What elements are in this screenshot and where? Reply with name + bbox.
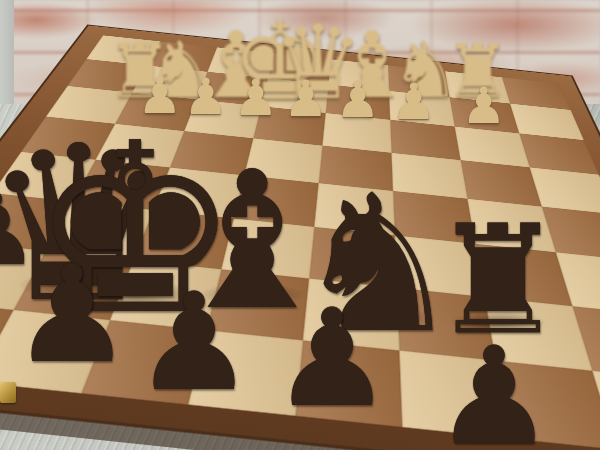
- dark-pawn-c7-piece[interactable]: ♟: [433, 329, 554, 450]
- dark-pawn-g7-piece[interactable]: ♟: [11, 247, 132, 382]
- dark-pawn-f7-piece[interactable]: ♟: [133, 275, 254, 410]
- light-pawn-b2-piece[interactable]: ♟: [392, 77, 437, 127]
- light-pawn-d2-piece[interactable]: ♟: [284, 74, 329, 124]
- window-frame-strip: [0, 0, 14, 108]
- light-pawn-a2-piece[interactable]: ♟: [462, 81, 507, 131]
- dark-pawn-e7-piece[interactable]: ♟: [271, 291, 392, 426]
- light-pawn-c2-piece[interactable]: ♟: [336, 75, 381, 125]
- chess-photo-scene: ♜ ♞ ♝ ♚ ♛ ♝ ♞ ♜ ♟ ♟ ♟ ♟ ♟ ♟ ♟ ♛ ♚ ♝ ♞ ♜ …: [0, 0, 600, 450]
